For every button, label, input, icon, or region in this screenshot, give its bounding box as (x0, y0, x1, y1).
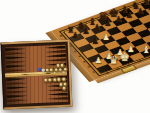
rank-label: 3 (80, 59, 89, 64)
blue-die (38, 68, 41, 71)
backgammon-point (6, 64, 27, 68)
backgammon-point (47, 96, 68, 100)
rank-label: 4 (75, 54, 84, 59)
rank-label: 1 (89, 70, 98, 75)
backgammon-point (45, 50, 66, 54)
white-die (42, 69, 45, 72)
backgammon-point (6, 85, 27, 89)
brass-hinge (13, 73, 18, 76)
backgammon-point (6, 77, 27, 81)
backgammon-point (5, 47, 26, 51)
backgammon-point (5, 60, 26, 64)
backgammon-point (7, 90, 28, 94)
backgammon-point (7, 98, 28, 102)
backgammon-point (45, 58, 66, 62)
backgammon-point (47, 92, 68, 96)
backgammon-point (6, 81, 27, 85)
backgammon-checker (61, 86, 66, 91)
backgammon-point (45, 45, 66, 49)
rank-label: 2 (84, 64, 93, 69)
backgammon-board (1, 40, 73, 110)
backgammon-point (5, 51, 26, 55)
backgammon-point (5, 56, 26, 60)
product-photo: ABCDEFGH 87654321 ♜♞♟♝♟♚♟♛♟♝♟♞♟♜♟♟♟♟♟♝♟♟… (0, 0, 150, 113)
rank-label: 5 (71, 49, 80, 54)
rank-label: 8 (57, 34, 66, 39)
backgammon-point (45, 54, 66, 58)
backgammon-point (7, 94, 28, 98)
